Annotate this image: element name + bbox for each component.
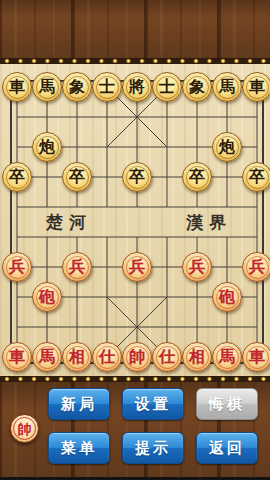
- piece-character: 馬: [39, 349, 55, 365]
- piece-character: 車: [9, 79, 25, 95]
- piece-red-chariot[interactable]: 車: [2, 342, 32, 372]
- hint-button[interactable]: 提示: [122, 432, 184, 464]
- piece-red-soldier[interactable]: 兵: [122, 252, 152, 282]
- piece-red-soldier[interactable]: 兵: [2, 252, 32, 282]
- piece-character: 炮: [39, 139, 55, 155]
- piece-black-elephant[interactable]: 象: [182, 72, 212, 102]
- piece-black-general[interactable]: 將: [122, 72, 152, 102]
- back-button[interactable]: 返回: [196, 432, 258, 464]
- piece-character: 兵: [249, 259, 265, 275]
- piece-red-advisor[interactable]: 仕: [92, 342, 122, 372]
- piece-character: 士: [159, 79, 175, 95]
- control-panel: 帥 新局 设置 悔棋 菜单 提示 返回: [0, 382, 270, 477]
- piece-character: 帥: [129, 349, 145, 365]
- piece-black-chariot[interactable]: 車: [2, 72, 32, 102]
- piece-character: 車: [249, 79, 265, 95]
- piece-character: 將: [129, 79, 145, 95]
- top-wood-frame: [0, 0, 270, 58]
- undo-move-button[interactable]: 悔棋: [196, 388, 258, 420]
- piece-black-soldier[interactable]: 卒: [242, 162, 270, 192]
- piece-red-soldier[interactable]: 兵: [62, 252, 92, 282]
- piece-red-horse[interactable]: 馬: [212, 342, 242, 372]
- piece-character: 相: [69, 349, 85, 365]
- piece-red-chariot[interactable]: 車: [242, 342, 270, 372]
- piece-red-advisor[interactable]: 仕: [152, 342, 182, 372]
- piece-black-elephant[interactable]: 象: [62, 72, 92, 102]
- piece-layer: 車馬象士將士象馬車炮炮卒卒卒卒卒兵兵兵兵兵砲砲車馬相仕帥仕相馬車: [2, 72, 270, 372]
- piece-character: 砲: [219, 289, 235, 305]
- piece-red-horse[interactable]: 馬: [32, 342, 62, 372]
- general-logo-badge: 帥: [10, 414, 39, 443]
- piece-character: 兵: [69, 259, 85, 275]
- xiangqi-app: 楚河 漢界 車馬象士將士象馬車炮炮卒卒卒卒卒兵兵兵兵兵砲砲車馬相仕帥仕相馬車 帥…: [0, 0, 270, 480]
- piece-character: 兵: [9, 259, 25, 275]
- piece-character: 仕: [159, 349, 175, 365]
- piece-black-cannon[interactable]: 炮: [32, 132, 62, 162]
- piece-character: 仕: [99, 349, 115, 365]
- piece-character: 象: [189, 79, 205, 95]
- general-logo-character: 帥: [18, 422, 32, 436]
- piece-character: 兵: [129, 259, 145, 275]
- piece-black-horse[interactable]: 馬: [32, 72, 62, 102]
- piece-character: 炮: [219, 139, 235, 155]
- piece-black-soldier[interactable]: 卒: [122, 162, 152, 192]
- piece-red-soldier[interactable]: 兵: [182, 252, 212, 282]
- button-grid: 新局 设置 悔棋 菜单 提示 返回: [48, 388, 258, 464]
- new-game-button[interactable]: 新局: [48, 388, 110, 420]
- piece-black-advisor[interactable]: 士: [92, 72, 122, 102]
- piece-black-chariot[interactable]: 車: [242, 72, 270, 102]
- piece-character: 士: [99, 79, 115, 95]
- piece-character: 車: [9, 349, 25, 365]
- piece-black-soldier[interactable]: 卒: [62, 162, 92, 192]
- piece-red-cannon[interactable]: 砲: [32, 282, 62, 312]
- piece-character: 卒: [69, 169, 85, 185]
- piece-character: 卒: [249, 169, 265, 185]
- piece-character: 兵: [189, 259, 205, 275]
- piece-character: 砲: [39, 289, 55, 305]
- piece-character: 馬: [219, 79, 235, 95]
- piece-red-cannon[interactable]: 砲: [212, 282, 242, 312]
- piece-red-soldier[interactable]: 兵: [242, 252, 270, 282]
- settings-button[interactable]: 设置: [122, 388, 184, 420]
- menu-button[interactable]: 菜单: [48, 432, 110, 464]
- piece-red-elephant[interactable]: 相: [62, 342, 92, 372]
- piece-character: 卒: [9, 169, 25, 185]
- piece-character: 相: [189, 349, 205, 365]
- piece-character: 車: [249, 349, 265, 365]
- piece-character: 馬: [39, 79, 55, 95]
- piece-character: 卒: [129, 169, 145, 185]
- piece-black-horse[interactable]: 馬: [212, 72, 242, 102]
- piece-black-soldier[interactable]: 卒: [2, 162, 32, 192]
- piece-black-advisor[interactable]: 士: [152, 72, 182, 102]
- piece-character: 象: [69, 79, 85, 95]
- piece-character: 卒: [189, 169, 205, 185]
- piece-black-soldier[interactable]: 卒: [182, 162, 212, 192]
- piece-red-elephant[interactable]: 相: [182, 342, 212, 372]
- piece-character: 馬: [219, 349, 235, 365]
- xiangqi-board[interactable]: 楚河 漢界 車馬象士將士象馬車炮炮卒卒卒卒卒兵兵兵兵兵砲砲車馬相仕帥仕相馬車: [0, 64, 270, 376]
- piece-red-general[interactable]: 帥: [122, 342, 152, 372]
- piece-black-cannon[interactable]: 炮: [212, 132, 242, 162]
